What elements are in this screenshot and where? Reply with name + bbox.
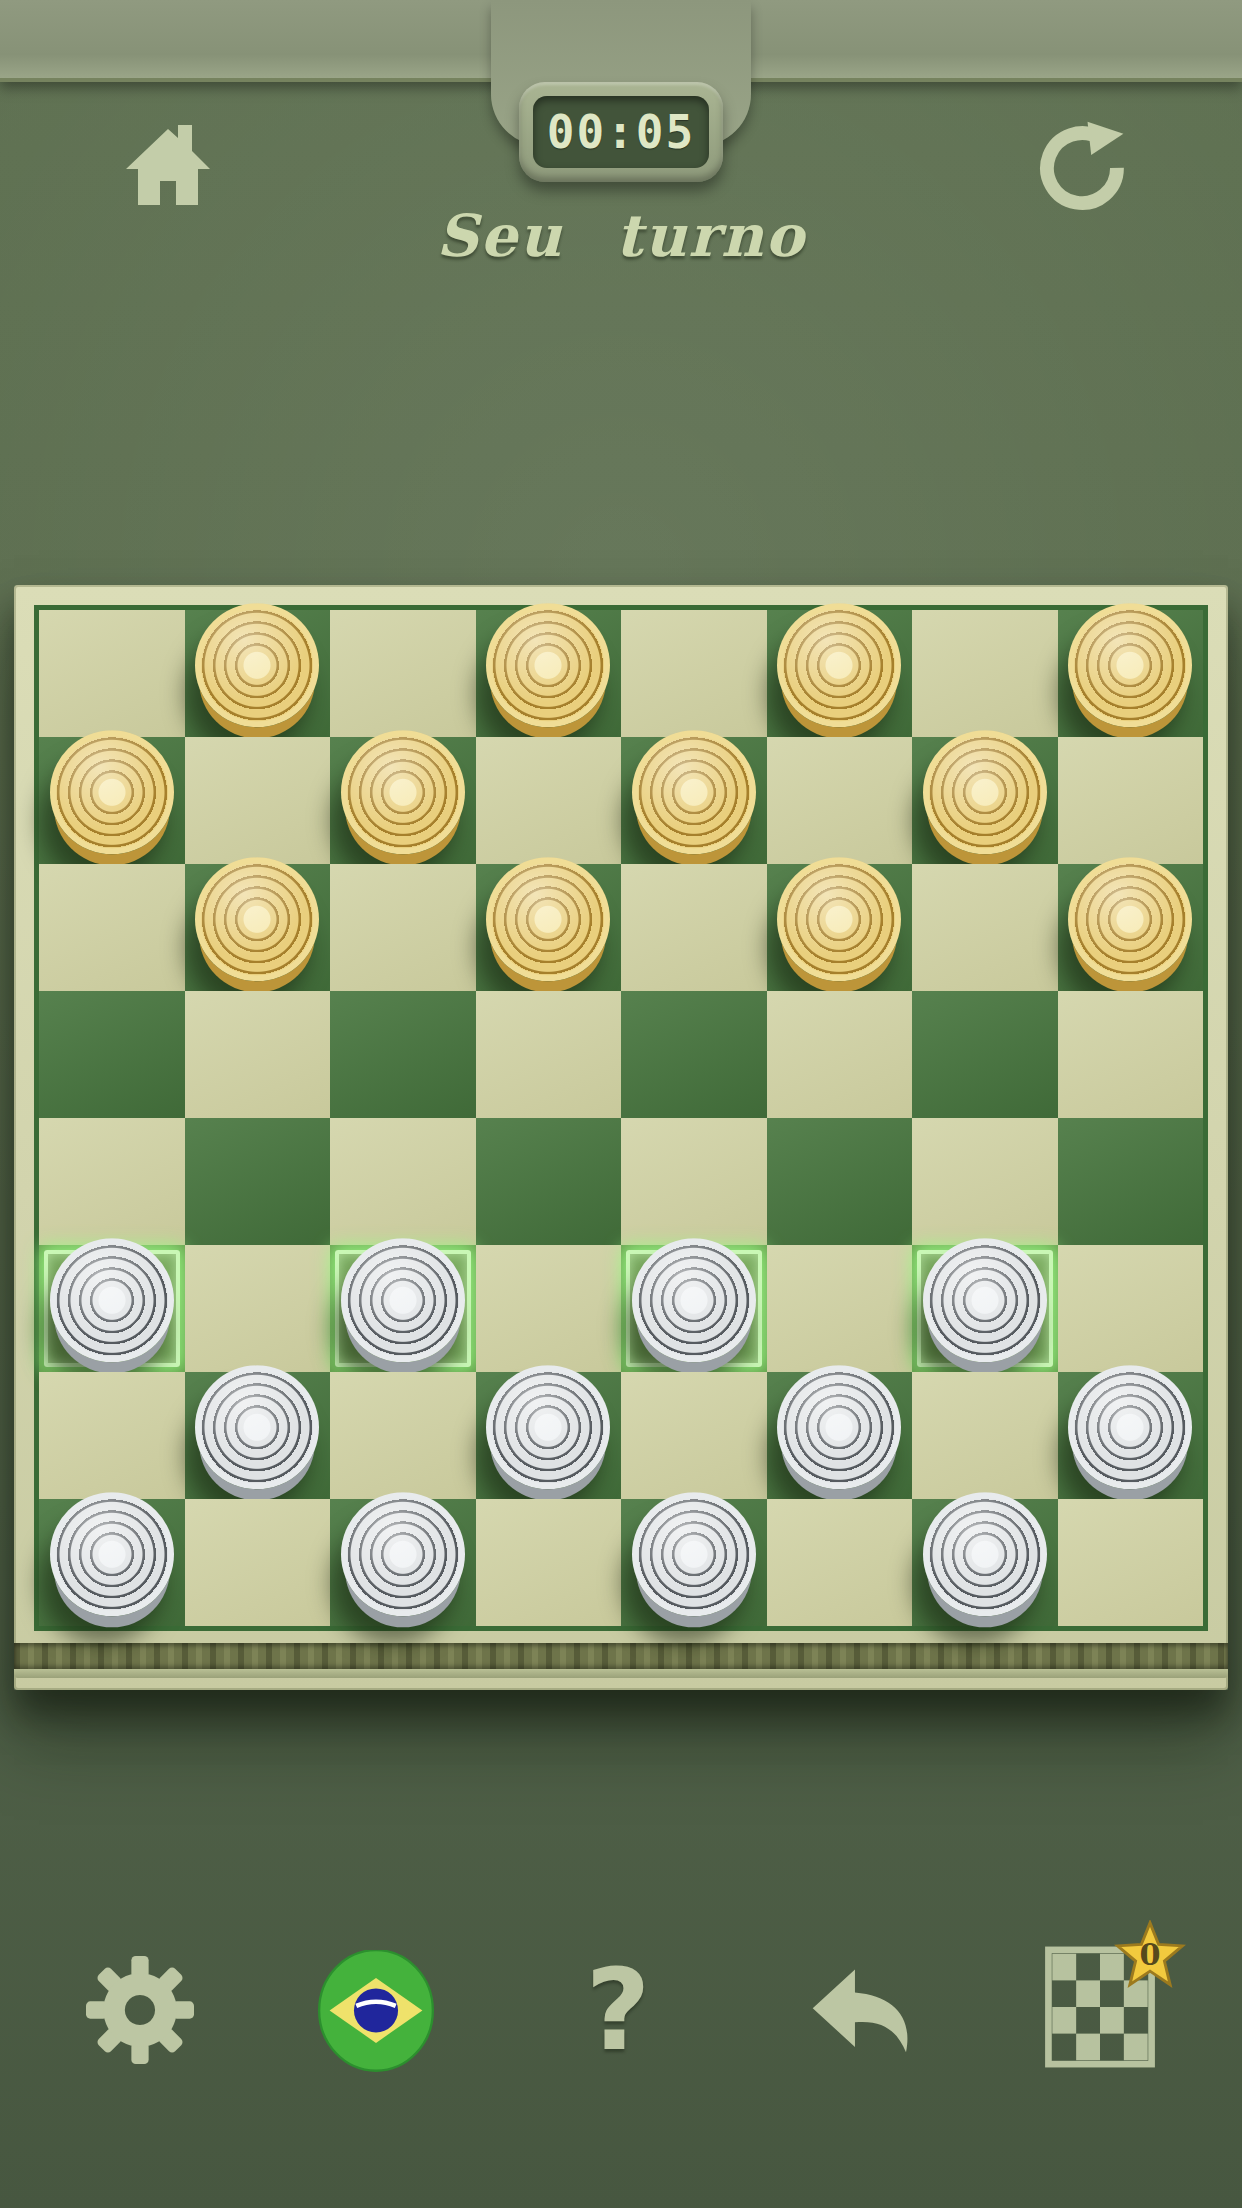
gold-piece-b8[interactable] <box>195 603 319 727</box>
square-a3[interactable] <box>39 1245 185 1372</box>
square-h2[interactable] <box>1058 1372 1204 1499</box>
square-d1 <box>476 1499 622 1626</box>
square-e8 <box>621 610 767 737</box>
silver-piece-a1[interactable] <box>50 1492 174 1616</box>
timer: 00:05 <box>519 82 723 182</box>
square-d5 <box>476 991 622 1118</box>
square-f5 <box>767 991 913 1118</box>
silver-piece-g3[interactable] <box>923 1238 1047 1362</box>
square-b4[interactable] <box>185 1118 331 1245</box>
silver-piece-c3[interactable] <box>341 1238 465 1362</box>
gear-icon <box>86 1956 194 2064</box>
gold-piece-f6[interactable] <box>777 857 901 981</box>
square-h8[interactable] <box>1058 610 1204 737</box>
silver-piece-e1[interactable] <box>632 1492 756 1616</box>
square-f3 <box>767 1245 913 1372</box>
square-c8 <box>330 610 476 737</box>
silver-piece-c1[interactable] <box>341 1492 465 1616</box>
square-h6[interactable] <box>1058 864 1204 991</box>
square-b8[interactable] <box>185 610 331 737</box>
square-g3[interactable] <box>912 1245 1058 1372</box>
board-bottom-edge <box>14 1669 1228 1678</box>
silver-piece-h2[interactable] <box>1068 1365 1192 1489</box>
help-label: ? <box>586 1945 651 2075</box>
silver-piece-a3[interactable] <box>50 1238 174 1362</box>
silver-piece-b2[interactable] <box>195 1365 319 1489</box>
gold-piece-d8[interactable] <box>486 603 610 727</box>
square-b5 <box>185 991 331 1118</box>
board-frame <box>14 585 1228 1690</box>
gold-piece-g7[interactable] <box>923 730 1047 854</box>
square-g8 <box>912 610 1058 737</box>
square-b7 <box>185 737 331 864</box>
home-icon <box>118 114 218 210</box>
square-h5 <box>1058 991 1204 1118</box>
square-b3 <box>185 1245 331 1372</box>
square-a8 <box>39 610 185 737</box>
square-c2 <box>330 1372 476 1499</box>
square-f2[interactable] <box>767 1372 913 1499</box>
square-b2[interactable] <box>185 1372 331 1499</box>
square-g6 <box>912 864 1058 991</box>
square-c7[interactable] <box>330 737 476 864</box>
silver-piece-e3[interactable] <box>632 1238 756 1362</box>
square-f4[interactable] <box>767 1118 913 1245</box>
square-c4 <box>330 1118 476 1245</box>
square-f7 <box>767 737 913 864</box>
square-g7[interactable] <box>912 737 1058 864</box>
gold-piece-e7[interactable] <box>632 730 756 854</box>
square-a5[interactable] <box>39 991 185 1118</box>
status-text: Seu turno <box>0 202 1242 270</box>
square-c6 <box>330 864 476 991</box>
help-button[interactable]: ? <box>568 1952 668 2068</box>
achievements-count: 0 <box>1139 1937 1160 1972</box>
square-c1[interactable] <box>330 1499 476 1626</box>
square-g1[interactable] <box>912 1499 1058 1626</box>
square-b6[interactable] <box>185 864 331 991</box>
square-e1[interactable] <box>621 1499 767 1626</box>
square-g4 <box>912 1118 1058 1245</box>
square-h7 <box>1058 737 1204 864</box>
square-f1 <box>767 1499 913 1626</box>
square-a4 <box>39 1118 185 1245</box>
square-d2[interactable] <box>476 1372 622 1499</box>
square-h1 <box>1058 1499 1204 1626</box>
brazil-flag-icon <box>318 1950 434 2072</box>
square-c5[interactable] <box>330 991 476 1118</box>
restart-button[interactable] <box>1036 120 1128 212</box>
square-d7 <box>476 737 622 864</box>
silver-piece-d2[interactable] <box>486 1365 610 1489</box>
square-a2 <box>39 1372 185 1499</box>
language-flag-button[interactable] <box>318 1950 434 2072</box>
gold-piece-c7[interactable] <box>341 730 465 854</box>
gold-piece-h6[interactable] <box>1068 857 1192 981</box>
gold-piece-b6[interactable] <box>195 857 319 981</box>
square-e4 <box>621 1118 767 1245</box>
square-f6[interactable] <box>767 864 913 991</box>
square-a6 <box>39 864 185 991</box>
home-button[interactable] <box>118 114 218 210</box>
undo-button[interactable] <box>806 1966 918 2054</box>
square-b1 <box>185 1499 331 1626</box>
square-e3[interactable] <box>621 1245 767 1372</box>
square-e7[interactable] <box>621 737 767 864</box>
timer-value: 00:05 <box>547 105 695 159</box>
square-d4[interactable] <box>476 1118 622 1245</box>
board-braid-trim <box>14 1643 1228 1669</box>
silver-piece-g1[interactable] <box>923 1492 1047 1616</box>
square-g5[interactable] <box>912 991 1058 1118</box>
app-screen: 00:05 Seu turno <box>0 0 1242 2208</box>
achievements-star-badge: 0 <box>1114 1920 1186 1992</box>
square-g2 <box>912 1372 1058 1499</box>
restart-icon <box>1036 120 1128 212</box>
settings-button[interactable] <box>86 1956 194 2064</box>
gold-piece-a7[interactable] <box>50 730 174 854</box>
square-c3[interactable] <box>330 1245 476 1372</box>
board-grid <box>34 605 1208 1631</box>
square-a1[interactable] <box>39 1499 185 1626</box>
square-d6[interactable] <box>476 864 622 991</box>
square-e5[interactable] <box>621 991 767 1118</box>
silver-piece-f2[interactable] <box>777 1365 901 1489</box>
undo-arrow-icon <box>806 1966 918 2054</box>
square-d3 <box>476 1245 622 1372</box>
square-a7[interactable] <box>39 737 185 864</box>
square-d8[interactable] <box>476 610 622 737</box>
square-f8[interactable] <box>767 610 913 737</box>
square-h3 <box>1058 1245 1204 1372</box>
gold-piece-d6[interactable] <box>486 857 610 981</box>
gold-piece-f8[interactable] <box>777 603 901 727</box>
checkers-board <box>14 585 1228 1690</box>
square-h4[interactable] <box>1058 1118 1204 1245</box>
gold-piece-h8[interactable] <box>1068 603 1192 727</box>
square-e6 <box>621 864 767 991</box>
square-e2 <box>621 1372 767 1499</box>
timer-screen: 00:05 <box>533 96 709 168</box>
